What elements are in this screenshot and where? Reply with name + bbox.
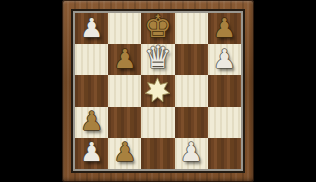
gold-king[interactable]: ♚ xyxy=(144,11,172,42)
board-square[interactable]: ♟ xyxy=(75,138,108,169)
chess-board-frame: ♟♚♟♟♛♟ ♟♟♟♟ xyxy=(62,0,254,182)
board-square[interactable]: ♟ xyxy=(108,138,141,169)
gold-pawn[interactable]: ♟ xyxy=(113,139,136,165)
board-square[interactable] xyxy=(175,75,208,106)
gold-pawn[interactable]: ♟ xyxy=(80,108,103,134)
board-square[interactable] xyxy=(175,44,208,75)
board-square[interactable] xyxy=(141,107,174,138)
letterbox-background: ♟♚♟♟♛♟ ♟♟♟♟ xyxy=(0,0,316,182)
board-square[interactable] xyxy=(175,107,208,138)
board-square[interactable] xyxy=(208,75,241,106)
board-grid: ♟♚♟♟♛♟ ♟♟♟♟ xyxy=(75,13,241,169)
board-square[interactable]: ♟ xyxy=(208,13,241,44)
board-square[interactable] xyxy=(175,13,208,44)
board-square[interactable] xyxy=(141,75,174,106)
board-square[interactable]: ♛ xyxy=(141,44,174,75)
board-square[interactable] xyxy=(208,138,241,169)
board-square[interactable] xyxy=(75,75,108,106)
gold-pawn[interactable]: ♟ xyxy=(213,15,236,41)
board-square[interactable] xyxy=(75,44,108,75)
star-marker xyxy=(144,77,171,104)
board-square[interactable]: ♟ xyxy=(75,13,108,44)
board-square[interactable] xyxy=(208,107,241,138)
chess-board: ♟♚♟♟♛♟ ♟♟♟♟ xyxy=(75,13,241,169)
board-square[interactable] xyxy=(108,75,141,106)
white-pawn[interactable]: ♟ xyxy=(80,15,103,41)
board-square[interactable]: ♟ xyxy=(175,138,208,169)
white-queen[interactable]: ♛ xyxy=(144,42,172,73)
board-square[interactable]: ♟ xyxy=(75,107,108,138)
board-square[interactable] xyxy=(108,13,141,44)
white-pawn[interactable]: ♟ xyxy=(80,139,103,165)
board-square[interactable] xyxy=(141,138,174,169)
board-square[interactable]: ♟ xyxy=(108,44,141,75)
white-pawn[interactable]: ♟ xyxy=(180,139,203,165)
board-square[interactable]: ♟ xyxy=(208,44,241,75)
board-square[interactable] xyxy=(108,107,141,138)
white-pawn[interactable]: ♟ xyxy=(213,46,236,72)
gold-pawn[interactable]: ♟ xyxy=(113,46,136,72)
